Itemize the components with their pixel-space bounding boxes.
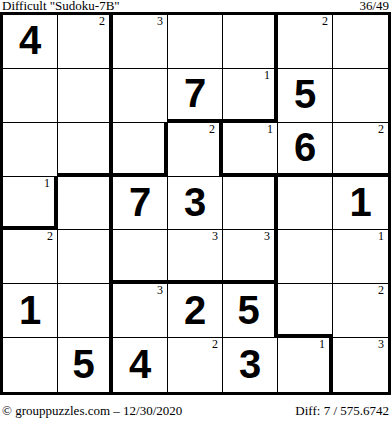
cell-r7c6[interactable]: 1 bbox=[278, 338, 333, 392]
cell-r5c1[interactable]: 2 bbox=[3, 230, 58, 284]
corner-mark: 2 bbox=[378, 123, 384, 136]
corner-mark: 3 bbox=[378, 338, 384, 351]
cell-r4c6[interactable] bbox=[278, 177, 333, 231]
cell-r7c4[interactable]: 2 bbox=[168, 338, 223, 392]
given-digit: 4 bbox=[129, 344, 151, 384]
cell-r4c7[interactable]: 1 bbox=[333, 177, 388, 231]
corner-mark: 1 bbox=[264, 69, 270, 82]
cell-r2c4[interactable]: 7 bbox=[168, 69, 223, 123]
corner-mark: 2 bbox=[322, 15, 328, 28]
cell-r4c1[interactable]: 1 bbox=[3, 177, 58, 231]
cell-r3c5[interactable]: 1 bbox=[223, 123, 278, 177]
given-digit: 1 bbox=[19, 290, 41, 330]
cell-r1c6[interactable]: 2 bbox=[278, 15, 333, 69]
given-digit: 3 bbox=[239, 344, 261, 384]
cell-r5c6[interactable] bbox=[278, 230, 333, 284]
given-digit: 3 bbox=[184, 182, 206, 222]
given-digit: 7 bbox=[184, 73, 206, 113]
cell-r2c2[interactable] bbox=[58, 69, 113, 123]
cell-r6c7[interactable]: 2 bbox=[333, 284, 388, 338]
cell-r6c3[interactable]: 3 bbox=[113, 284, 168, 338]
cell-r7c1[interactable] bbox=[3, 338, 58, 392]
cell-r5c4[interactable]: 3 bbox=[168, 230, 223, 284]
cell-r4c4[interactable]: 3 bbox=[168, 177, 223, 231]
cell-r7c5[interactable]: 3 bbox=[223, 338, 278, 392]
corner-mark: 1 bbox=[319, 338, 325, 351]
corner-mark: 1 bbox=[378, 230, 384, 243]
cell-r6c1[interactable]: 1 bbox=[3, 284, 58, 338]
cell-r6c5[interactable]: 5 bbox=[223, 284, 278, 338]
cell-r3c2[interactable] bbox=[58, 123, 113, 177]
puzzle-page: Difficult "Sudoku-7B" 36/49 423271521621… bbox=[0, 0, 391, 426]
cell-r6c2[interactable] bbox=[58, 284, 113, 338]
cell-r4c3[interactable]: 7 bbox=[113, 177, 168, 231]
cell-r3c7[interactable]: 2 bbox=[333, 123, 388, 177]
corner-mark: 1 bbox=[44, 177, 50, 190]
given-digit: 1 bbox=[349, 182, 371, 222]
corner-mark: 3 bbox=[212, 230, 218, 243]
cell-r2c3[interactable] bbox=[113, 69, 168, 123]
cell-r3c4[interactable]: 2 bbox=[168, 123, 223, 177]
puzzle-title: Difficult "Sudoku-7B" bbox=[2, 0, 120, 12]
corner-mark: 3 bbox=[264, 230, 270, 243]
corner-mark: 3 bbox=[157, 15, 163, 28]
cell-r1c2[interactable]: 2 bbox=[58, 15, 113, 69]
given-digit: 5 bbox=[294, 74, 316, 114]
corner-mark: 2 bbox=[212, 338, 218, 351]
given-digit: 7 bbox=[129, 182, 151, 222]
cell-r1c3[interactable]: 3 bbox=[113, 15, 168, 69]
corner-mark: 2 bbox=[99, 15, 105, 28]
cell-r5c2[interactable] bbox=[58, 230, 113, 284]
corner-mark: 2 bbox=[47, 230, 53, 243]
cell-r5c5[interactable]: 3 bbox=[223, 230, 278, 284]
cell-r2c7[interactable] bbox=[333, 69, 388, 123]
footer: © grouppuzzles.com – 12/30/2020 Diff: 7 … bbox=[0, 395, 391, 418]
cell-r7c3[interactable]: 4 bbox=[113, 338, 168, 392]
cell-r3c6[interactable]: 6 bbox=[278, 123, 333, 177]
given-digit: 4 bbox=[19, 20, 41, 60]
cell-r1c4[interactable] bbox=[168, 15, 223, 69]
cell-r1c5[interactable] bbox=[223, 15, 278, 69]
cell-r3c1[interactable] bbox=[3, 123, 58, 177]
cell-r5c7[interactable]: 1 bbox=[333, 230, 388, 284]
sudoku-grid: 423271521621731233113252542313 bbox=[0, 12, 391, 395]
cell-r2c1[interactable] bbox=[3, 69, 58, 123]
given-digit: 5 bbox=[237, 290, 259, 330]
cell-r6c4[interactable]: 2 bbox=[168, 284, 223, 338]
difficulty-text: Diff: 7 / 575.6742 bbox=[295, 404, 389, 418]
cell-r4c5[interactable] bbox=[223, 177, 278, 231]
puzzle-counter: 36/49 bbox=[359, 0, 389, 12]
cell-r5c3[interactable] bbox=[113, 230, 168, 284]
cell-r2c5[interactable]: 1 bbox=[223, 69, 278, 123]
cell-r6c6[interactable] bbox=[278, 284, 333, 338]
cell-r1c7[interactable] bbox=[333, 15, 388, 69]
cell-r7c7[interactable]: 3 bbox=[333, 338, 388, 392]
cell-r7c2[interactable]: 5 bbox=[58, 338, 113, 392]
given-digit: 2 bbox=[184, 290, 206, 330]
given-digit: 5 bbox=[72, 344, 94, 384]
header: Difficult "Sudoku-7B" 36/49 bbox=[0, 0, 391, 12]
corner-mark: 2 bbox=[378, 284, 384, 297]
cell-r4c2[interactable] bbox=[58, 177, 113, 231]
corner-mark: 1 bbox=[267, 123, 273, 136]
corner-mark: 2 bbox=[209, 123, 215, 136]
given-digit: 6 bbox=[294, 127, 316, 167]
cell-r1c1[interactable]: 4 bbox=[3, 15, 58, 69]
cell-r3c3[interactable] bbox=[113, 123, 168, 177]
corner-mark: 3 bbox=[157, 284, 163, 297]
copyright-text: © grouppuzzles.com – 12/30/2020 bbox=[2, 404, 182, 418]
cell-r2c6[interactable]: 5 bbox=[278, 69, 333, 123]
